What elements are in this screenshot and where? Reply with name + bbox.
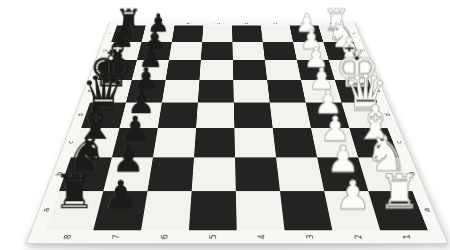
piece-black-pawn-a7[interactable]: ♟ xyxy=(83,175,159,215)
file-label-e: e xyxy=(70,88,107,94)
file-label-h: h xyxy=(94,31,125,36)
file-label-g: g xyxy=(87,48,120,53)
file-label-b: b xyxy=(36,169,82,179)
file-label-b: b xyxy=(389,169,435,179)
file-label-f: f xyxy=(79,67,114,73)
rank-label-3: 3 xyxy=(270,16,281,31)
file-label-a: a xyxy=(402,205,450,216)
file-label-g: g xyxy=(345,48,378,53)
file-label-d: d xyxy=(60,111,100,118)
file-label-f: f xyxy=(352,67,387,73)
rank-label-6: 6 xyxy=(184,16,194,31)
file-label-c: c xyxy=(49,138,92,146)
rank-label-5: 5 xyxy=(213,16,222,31)
file-label-d: d xyxy=(368,111,408,118)
rank-label-5: 5 xyxy=(205,216,220,250)
chess-board: 87654321 87654321 hgfedcba hgfedcba ♜♟♟♜… xyxy=(27,21,447,243)
chess-board-scene: 87654321 87654321 hgfedcba hgfedcba ♜♟♟♜… xyxy=(0,0,450,250)
rank-label-4: 4 xyxy=(242,16,251,31)
file-label-e: e xyxy=(359,88,396,94)
file-label-c: c xyxy=(378,138,421,146)
file-label-a: a xyxy=(21,205,71,216)
file-label-h: h xyxy=(339,31,370,36)
black-pawn-glyph: ♟ xyxy=(103,175,139,215)
